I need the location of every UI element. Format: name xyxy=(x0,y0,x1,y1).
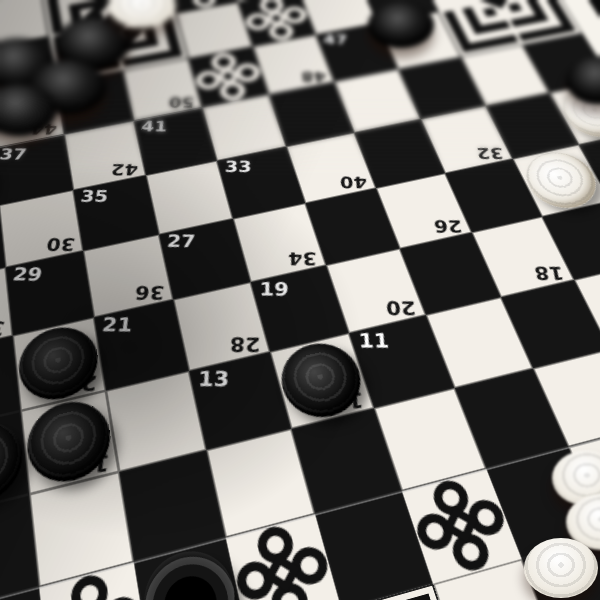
square-number-label: 41 xyxy=(140,120,167,134)
photo-stage: 45 55 444350 484737424130353340323829362… xyxy=(0,0,600,600)
square-number-label: 27 xyxy=(166,233,195,250)
square-number-label: 38 xyxy=(0,318,7,337)
square-number-label: 26 xyxy=(433,217,463,234)
square-number-label: 33 xyxy=(225,159,252,174)
square-number-label: 28 xyxy=(230,334,261,354)
square-number-label: 42 xyxy=(111,161,140,176)
square-number-label: 32 xyxy=(476,145,505,160)
square-number-label: 19 xyxy=(259,280,288,298)
square-number-label: 30 xyxy=(46,235,77,252)
square-number-label: 11 xyxy=(358,331,390,351)
black-checker-off-board[interactable] xyxy=(368,2,434,48)
square-number-label: 35 xyxy=(80,189,110,205)
square-number-label: 18 xyxy=(533,264,565,282)
square-number-label: 20 xyxy=(386,298,417,317)
square-number-label: 48 xyxy=(301,70,326,83)
square-number-label: 34 xyxy=(288,249,317,267)
white-checker-off-board[interactable] xyxy=(524,538,598,598)
square-number-label: 13 xyxy=(198,369,230,390)
square-number-label: 37 xyxy=(0,147,28,162)
square-number-label: 29 xyxy=(11,266,43,284)
square-number-label: 47 xyxy=(323,34,348,46)
square-number-label: 36 xyxy=(135,283,166,301)
square-number-label: 50 xyxy=(169,95,195,109)
square-number-label: 40 xyxy=(340,174,368,190)
square-number-label: 21 xyxy=(101,316,133,335)
